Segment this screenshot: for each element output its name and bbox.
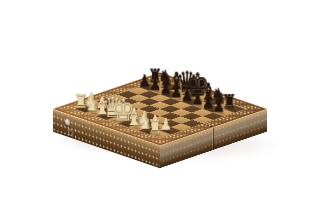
latch-ring bbox=[68, 128, 73, 136]
side-panel-fold-seam bbox=[213, 127, 214, 150]
chess-set-photo: ♜♞♝♛♚♝♞♜♟♟♟♟♟♟♟♟♟♟♟♟♟♟♟♟♜♞♝♛♚♝♞♜ bbox=[0, 0, 320, 214]
folding-chess-board: ♜♞♝♛♚♝♞♜♟♟♟♟♟♟♟♟♟♟♟♟♟♟♟♟♜♞♝♛♚♝♞♜ bbox=[53, 72, 268, 146]
latch-knob bbox=[65, 118, 70, 126]
